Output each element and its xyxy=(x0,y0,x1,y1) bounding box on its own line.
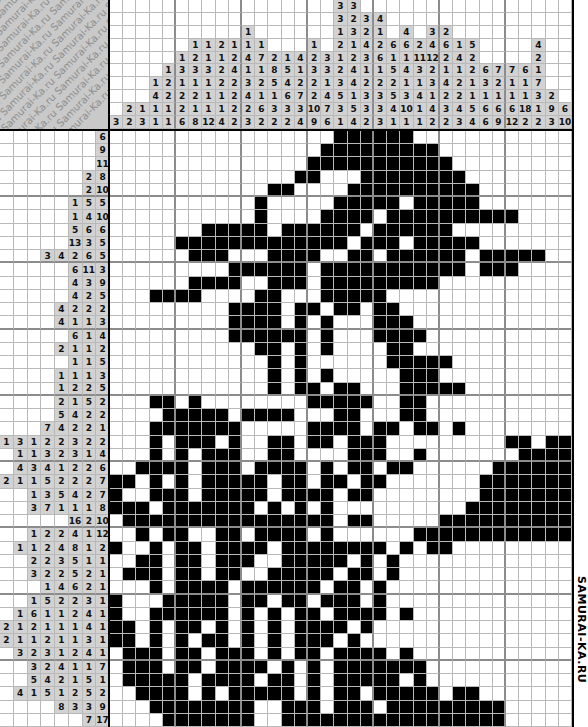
grid-cell-empty[interactable] xyxy=(136,396,149,409)
grid-cell-empty[interactable] xyxy=(202,131,215,144)
grid-cell-empty[interactable] xyxy=(427,303,440,316)
grid-cell-empty[interactable] xyxy=(466,661,479,674)
grid-cell-empty[interactable] xyxy=(136,608,149,621)
grid-cell-empty[interactable] xyxy=(532,316,545,329)
grid-cell-empty[interactable] xyxy=(532,131,545,144)
grid-cell-filled[interactable] xyxy=(136,502,149,515)
grid-cell-filled[interactable] xyxy=(387,687,400,700)
grid-cell-filled[interactable] xyxy=(334,303,347,316)
grid-cell-empty[interactable] xyxy=(374,528,387,541)
grid-cell-filled[interactable] xyxy=(559,475,572,488)
grid-cell-empty[interactable] xyxy=(414,475,427,488)
grid-cell-filled[interactable] xyxy=(400,714,413,727)
grid-cell-empty[interactable] xyxy=(440,449,453,462)
grid-cell-filled[interactable] xyxy=(282,462,295,475)
grid-cell-empty[interactable] xyxy=(110,144,123,157)
grid-cell-empty[interactable] xyxy=(546,210,559,223)
grid-cell-filled[interactable] xyxy=(308,422,321,435)
grid-cell-empty[interactable] xyxy=(268,157,281,170)
grid-cell-filled[interactable] xyxy=(361,661,374,674)
grid-cell-filled[interactable] xyxy=(255,316,268,329)
grid-cell-empty[interactable] xyxy=(400,197,413,210)
grid-cell-filled[interactable] xyxy=(546,436,559,449)
grid-cell-empty[interactable] xyxy=(427,502,440,515)
grid-cell-empty[interactable] xyxy=(110,674,123,687)
grid-cell-filled[interactable] xyxy=(493,462,506,475)
grid-cell-filled[interactable] xyxy=(282,409,295,422)
grid-cell-filled[interactable] xyxy=(295,263,308,276)
puzzle-grid[interactable] xyxy=(110,131,572,727)
grid-cell-empty[interactable] xyxy=(110,250,123,263)
grid-cell-filled[interactable] xyxy=(361,489,374,502)
grid-cell-filled[interactable] xyxy=(414,714,427,727)
grid-cell-empty[interactable] xyxy=(387,581,400,594)
grid-cell-filled[interactable] xyxy=(546,515,559,528)
grid-cell-filled[interactable] xyxy=(361,515,374,528)
grid-cell-empty[interactable] xyxy=(282,144,295,157)
grid-cell-empty[interactable] xyxy=(414,343,427,356)
grid-cell-empty[interactable] xyxy=(202,343,215,356)
grid-cell-filled[interactable] xyxy=(440,224,453,237)
grid-cell-filled[interactable] xyxy=(374,595,387,608)
grid-cell-empty[interactable] xyxy=(453,330,466,343)
grid-cell-filled[interactable] xyxy=(216,502,229,515)
grid-cell-empty[interactable] xyxy=(321,383,334,396)
grid-cell-empty[interactable] xyxy=(163,184,176,197)
grid-cell-empty[interactable] xyxy=(466,369,479,382)
grid-cell-filled[interactable] xyxy=(559,489,572,502)
grid-cell-empty[interactable] xyxy=(110,687,123,700)
grid-cell-empty[interactable] xyxy=(546,542,559,555)
grid-cell-filled[interactable] xyxy=(546,449,559,462)
grid-cell-filled[interactable] xyxy=(308,303,321,316)
grid-cell-empty[interactable] xyxy=(440,436,453,449)
grid-cell-empty[interactable] xyxy=(334,449,347,462)
grid-cell-filled[interactable] xyxy=(229,555,242,568)
grid-cell-empty[interactable] xyxy=(387,515,400,528)
grid-cell-filled[interactable] xyxy=(268,277,281,290)
grid-cell-filled[interactable] xyxy=(242,687,255,700)
grid-cell-empty[interactable] xyxy=(466,581,479,594)
grid-cell-filled[interactable] xyxy=(321,277,334,290)
grid-cell-empty[interactable] xyxy=(532,714,545,727)
grid-cell-empty[interactable] xyxy=(163,157,176,170)
grid-cell-empty[interactable] xyxy=(532,277,545,290)
grid-cell-empty[interactable] xyxy=(176,316,189,329)
grid-cell-filled[interactable] xyxy=(559,436,572,449)
grid-cell-empty[interactable] xyxy=(295,290,308,303)
grid-cell-filled[interactable] xyxy=(163,687,176,700)
grid-cell-empty[interactable] xyxy=(255,396,268,409)
grid-cell-filled[interactable] xyxy=(453,171,466,184)
grid-cell-filled[interactable] xyxy=(334,263,347,276)
grid-cell-filled[interactable] xyxy=(229,489,242,502)
grid-cell-empty[interactable] xyxy=(334,528,347,541)
grid-cell-empty[interactable] xyxy=(176,303,189,316)
grid-cell-filled[interactable] xyxy=(400,144,413,157)
grid-cell-empty[interactable] xyxy=(295,674,308,687)
grid-cell-filled[interactable] xyxy=(268,316,281,329)
grid-cell-filled[interactable] xyxy=(282,568,295,581)
grid-cell-filled[interactable] xyxy=(176,674,189,687)
grid-cell-empty[interactable] xyxy=(466,475,479,488)
grid-cell-empty[interactable] xyxy=(136,224,149,237)
grid-cell-empty[interactable] xyxy=(216,144,229,157)
grid-cell-empty[interactable] xyxy=(123,436,136,449)
grid-cell-empty[interactable] xyxy=(532,634,545,647)
grid-cell-filled[interactable] xyxy=(387,422,400,435)
grid-cell-empty[interactable] xyxy=(414,555,427,568)
grid-cell-empty[interactable] xyxy=(176,157,189,170)
grid-cell-empty[interactable] xyxy=(229,608,242,621)
grid-cell-filled[interactable] xyxy=(321,528,334,541)
grid-cell-empty[interactable] xyxy=(110,131,123,144)
grid-cell-empty[interactable] xyxy=(321,449,334,462)
grid-cell-empty[interactable] xyxy=(216,303,229,316)
grid-cell-filled[interactable] xyxy=(348,303,361,316)
grid-cell-empty[interactable] xyxy=(440,608,453,621)
grid-cell-filled[interactable] xyxy=(387,157,400,170)
grid-cell-filled[interactable] xyxy=(400,131,413,144)
grid-cell-empty[interactable] xyxy=(414,648,427,661)
grid-cell-filled[interactable] xyxy=(123,515,136,528)
grid-cell-empty[interactable] xyxy=(466,595,479,608)
grid-cell-empty[interactable] xyxy=(493,687,506,700)
grid-cell-filled[interactable] xyxy=(176,475,189,488)
grid-cell-empty[interactable] xyxy=(440,131,453,144)
grid-cell-filled[interactable] xyxy=(387,237,400,250)
grid-cell-empty[interactable] xyxy=(361,687,374,700)
grid-cell-empty[interactable] xyxy=(123,528,136,541)
grid-cell-empty[interactable] xyxy=(493,542,506,555)
grid-cell-empty[interactable] xyxy=(559,714,572,727)
grid-cell-filled[interactable] xyxy=(123,674,136,687)
grid-cell-empty[interactable] xyxy=(519,422,532,435)
grid-cell-filled[interactable] xyxy=(374,197,387,210)
grid-cell-filled[interactable] xyxy=(123,568,136,581)
grid-cell-empty[interactable] xyxy=(427,462,440,475)
grid-cell-empty[interactable] xyxy=(321,171,334,184)
grid-cell-empty[interactable] xyxy=(374,462,387,475)
grid-cell-empty[interactable] xyxy=(559,290,572,303)
grid-cell-filled[interactable] xyxy=(255,462,268,475)
grid-cell-filled[interactable] xyxy=(255,237,268,250)
grid-cell-empty[interactable] xyxy=(242,436,255,449)
grid-cell-filled[interactable] xyxy=(427,237,440,250)
grid-cell-filled[interactable] xyxy=(242,489,255,502)
grid-cell-empty[interactable] xyxy=(466,303,479,316)
grid-cell-filled[interactable] xyxy=(532,462,545,475)
grid-cell-empty[interactable] xyxy=(110,171,123,184)
grid-cell-empty[interactable] xyxy=(282,648,295,661)
grid-cell-filled[interactable] xyxy=(255,515,268,528)
grid-cell-empty[interactable] xyxy=(123,237,136,250)
grid-cell-empty[interactable] xyxy=(559,369,572,382)
grid-cell-empty[interactable] xyxy=(546,608,559,621)
grid-cell-empty[interactable] xyxy=(414,608,427,621)
grid-cell-empty[interactable] xyxy=(506,714,519,727)
grid-cell-empty[interactable] xyxy=(136,383,149,396)
grid-cell-empty[interactable] xyxy=(255,131,268,144)
grid-cell-filled[interactable] xyxy=(493,701,506,714)
grid-cell-empty[interactable] xyxy=(559,197,572,210)
grid-cell-filled[interactable] xyxy=(295,608,308,621)
grid-cell-empty[interactable] xyxy=(163,197,176,210)
grid-cell-empty[interactable] xyxy=(559,263,572,276)
grid-cell-filled[interactable] xyxy=(242,502,255,515)
grid-cell-empty[interactable] xyxy=(123,303,136,316)
grid-cell-empty[interactable] xyxy=(255,184,268,197)
grid-cell-filled[interactable] xyxy=(387,343,400,356)
grid-cell-filled[interactable] xyxy=(374,184,387,197)
grid-cell-empty[interactable] xyxy=(334,462,347,475)
grid-cell-filled[interactable] xyxy=(255,343,268,356)
grid-cell-filled[interactable] xyxy=(440,263,453,276)
grid-cell-empty[interactable] xyxy=(136,595,149,608)
grid-cell-empty[interactable] xyxy=(216,396,229,409)
grid-cell-filled[interactable] xyxy=(136,515,149,528)
grid-cell-filled[interactable] xyxy=(387,555,400,568)
grid-cell-filled[interactable] xyxy=(176,661,189,674)
grid-cell-empty[interactable] xyxy=(189,449,202,462)
grid-cell-empty[interactable] xyxy=(216,131,229,144)
grid-cell-empty[interactable] xyxy=(255,356,268,369)
grid-cell-filled[interactable] xyxy=(453,687,466,700)
grid-cell-filled[interactable] xyxy=(295,475,308,488)
grid-cell-empty[interactable] xyxy=(374,634,387,647)
grid-cell-empty[interactable] xyxy=(453,595,466,608)
grid-cell-empty[interactable] xyxy=(493,157,506,170)
grid-cell-empty[interactable] xyxy=(532,210,545,223)
grid-cell-filled[interactable] xyxy=(308,714,321,727)
grid-cell-filled[interactable] xyxy=(308,157,321,170)
grid-cell-empty[interactable] xyxy=(321,581,334,594)
grid-cell-empty[interactable] xyxy=(308,144,321,157)
grid-cell-filled[interactable] xyxy=(453,237,466,250)
grid-cell-empty[interactable] xyxy=(480,595,493,608)
grid-cell-filled[interactable] xyxy=(400,369,413,382)
grid-cell-filled[interactable] xyxy=(427,714,440,727)
grid-cell-empty[interactable] xyxy=(110,383,123,396)
grid-cell-empty[interactable] xyxy=(387,634,400,647)
grid-cell-empty[interactable] xyxy=(506,701,519,714)
grid-cell-empty[interactable] xyxy=(453,290,466,303)
grid-cell-filled[interactable] xyxy=(387,184,400,197)
grid-cell-empty[interactable] xyxy=(532,687,545,700)
grid-cell-empty[interactable] xyxy=(255,171,268,184)
grid-cell-empty[interactable] xyxy=(519,237,532,250)
grid-cell-filled[interactable] xyxy=(163,489,176,502)
grid-cell-empty[interactable] xyxy=(559,250,572,263)
grid-cell-empty[interactable] xyxy=(229,581,242,594)
grid-cell-empty[interactable] xyxy=(163,343,176,356)
grid-cell-empty[interactable] xyxy=(361,330,374,343)
grid-cell-empty[interactable] xyxy=(506,555,519,568)
grid-cell-filled[interactable] xyxy=(268,608,281,621)
grid-cell-empty[interactable] xyxy=(466,542,479,555)
grid-cell-filled[interactable] xyxy=(361,157,374,170)
grid-cell-filled[interactable] xyxy=(229,515,242,528)
grid-cell-filled[interactable] xyxy=(414,396,427,409)
grid-cell-filled[interactable] xyxy=(361,263,374,276)
grid-cell-filled[interactable] xyxy=(506,475,519,488)
grid-cell-empty[interactable] xyxy=(453,502,466,515)
grid-cell-filled[interactable] xyxy=(334,422,347,435)
grid-cell-filled[interactable] xyxy=(150,701,163,714)
grid-cell-empty[interactable] xyxy=(519,674,532,687)
grid-cell-filled[interactable] xyxy=(387,144,400,157)
grid-cell-filled[interactable] xyxy=(295,515,308,528)
grid-cell-filled[interactable] xyxy=(387,330,400,343)
grid-cell-filled[interactable] xyxy=(506,436,519,449)
grid-cell-empty[interactable] xyxy=(480,356,493,369)
grid-cell-filled[interactable] xyxy=(414,330,427,343)
grid-cell-empty[interactable] xyxy=(506,131,519,144)
grid-cell-filled[interactable] xyxy=(453,714,466,727)
grid-cell-empty[interactable] xyxy=(189,144,202,157)
grid-cell-empty[interactable] xyxy=(440,396,453,409)
grid-cell-empty[interactable] xyxy=(361,581,374,594)
grid-cell-empty[interactable] xyxy=(374,409,387,422)
grid-cell-empty[interactable] xyxy=(519,648,532,661)
grid-cell-filled[interactable] xyxy=(202,674,215,687)
grid-cell-empty[interactable] xyxy=(374,343,387,356)
grid-cell-filled[interactable] xyxy=(414,369,427,382)
grid-cell-empty[interactable] xyxy=(546,343,559,356)
grid-cell-empty[interactable] xyxy=(176,383,189,396)
grid-cell-empty[interactable] xyxy=(493,343,506,356)
grid-cell-filled[interactable] xyxy=(453,197,466,210)
grid-cell-empty[interactable] xyxy=(110,555,123,568)
grid-cell-filled[interactable] xyxy=(453,263,466,276)
grid-cell-empty[interactable] xyxy=(532,422,545,435)
grid-cell-filled[interactable] xyxy=(466,714,479,727)
grid-cell-filled[interactable] xyxy=(387,316,400,329)
grid-cell-filled[interactable] xyxy=(150,436,163,449)
grid-cell-empty[interactable] xyxy=(202,330,215,343)
grid-cell-empty[interactable] xyxy=(163,131,176,144)
grid-cell-empty[interactable] xyxy=(546,237,559,250)
grid-cell-filled[interactable] xyxy=(295,542,308,555)
grid-cell-filled[interactable] xyxy=(493,210,506,223)
grid-cell-empty[interactable] xyxy=(532,661,545,674)
grid-cell-empty[interactable] xyxy=(559,542,572,555)
grid-cell-empty[interactable] xyxy=(361,356,374,369)
grid-cell-empty[interactable] xyxy=(282,197,295,210)
grid-cell-empty[interactable] xyxy=(532,157,545,170)
grid-cell-empty[interactable] xyxy=(506,330,519,343)
grid-cell-filled[interactable] xyxy=(123,621,136,634)
grid-cell-filled[interactable] xyxy=(150,648,163,661)
grid-cell-filled[interactable] xyxy=(150,661,163,674)
grid-cell-filled[interactable] xyxy=(321,290,334,303)
grid-cell-empty[interactable] xyxy=(559,157,572,170)
grid-cell-empty[interactable] xyxy=(387,396,400,409)
grid-cell-empty[interactable] xyxy=(440,648,453,661)
grid-cell-empty[interactable] xyxy=(532,290,545,303)
grid-cell-filled[interactable] xyxy=(295,356,308,369)
grid-cell-empty[interactable] xyxy=(202,184,215,197)
grid-cell-empty[interactable] xyxy=(242,144,255,157)
grid-cell-empty[interactable] xyxy=(242,290,255,303)
grid-cell-empty[interactable] xyxy=(506,674,519,687)
grid-cell-filled[interactable] xyxy=(321,316,334,329)
grid-cell-filled[interactable] xyxy=(282,581,295,594)
grid-cell-empty[interactable] xyxy=(110,661,123,674)
grid-cell-empty[interactable] xyxy=(110,462,123,475)
grid-cell-empty[interactable] xyxy=(546,701,559,714)
grid-cell-empty[interactable] xyxy=(480,144,493,157)
grid-cell-empty[interactable] xyxy=(532,383,545,396)
grid-cell-filled[interactable] xyxy=(321,157,334,170)
grid-cell-filled[interactable] xyxy=(559,515,572,528)
grid-cell-empty[interactable] xyxy=(361,528,374,541)
grid-cell-empty[interactable] xyxy=(374,250,387,263)
grid-cell-filled[interactable] xyxy=(229,542,242,555)
grid-cell-empty[interactable] xyxy=(519,184,532,197)
grid-cell-filled[interactable] xyxy=(308,555,321,568)
grid-cell-filled[interactable] xyxy=(295,343,308,356)
grid-cell-filled[interactable] xyxy=(282,714,295,727)
grid-cell-empty[interactable] xyxy=(480,316,493,329)
grid-cell-empty[interactable] xyxy=(202,157,215,170)
grid-cell-filled[interactable] xyxy=(348,648,361,661)
grid-cell-empty[interactable] xyxy=(532,356,545,369)
grid-cell-filled[interactable] xyxy=(321,502,334,515)
grid-cell-empty[interactable] xyxy=(361,224,374,237)
grid-cell-filled[interactable] xyxy=(400,343,413,356)
grid-cell-filled[interactable] xyxy=(361,568,374,581)
grid-cell-filled[interactable] xyxy=(282,701,295,714)
grid-cell-empty[interactable] xyxy=(176,343,189,356)
grid-cell-empty[interactable] xyxy=(268,714,281,727)
grid-cell-empty[interactable] xyxy=(506,237,519,250)
grid-cell-filled[interactable] xyxy=(242,714,255,727)
grid-cell-filled[interactable] xyxy=(308,608,321,621)
grid-cell-empty[interactable] xyxy=(400,422,413,435)
grid-cell-empty[interactable] xyxy=(123,489,136,502)
grid-cell-empty[interactable] xyxy=(334,502,347,515)
grid-cell-filled[interactable] xyxy=(216,409,229,422)
grid-cell-filled[interactable] xyxy=(308,648,321,661)
grid-cell-filled[interactable] xyxy=(229,502,242,515)
grid-cell-filled[interactable] xyxy=(110,595,123,608)
grid-cell-filled[interactable] xyxy=(136,674,149,687)
grid-cell-filled[interactable] xyxy=(334,555,347,568)
grid-cell-empty[interactable] xyxy=(427,595,440,608)
grid-cell-filled[interactable] xyxy=(282,555,295,568)
grid-cell-filled[interactable] xyxy=(150,687,163,700)
grid-cell-empty[interactable] xyxy=(136,263,149,276)
grid-cell-empty[interactable] xyxy=(480,555,493,568)
grid-cell-filled[interactable] xyxy=(150,608,163,621)
grid-cell-empty[interactable] xyxy=(559,330,572,343)
grid-cell-filled[interactable] xyxy=(308,687,321,700)
grid-cell-empty[interactable] xyxy=(453,277,466,290)
grid-cell-empty[interactable] xyxy=(559,396,572,409)
grid-cell-empty[interactable] xyxy=(282,369,295,382)
grid-cell-empty[interactable] xyxy=(466,383,479,396)
grid-cell-filled[interactable] xyxy=(282,687,295,700)
grid-cell-empty[interactable] xyxy=(136,422,149,435)
grid-cell-filled[interactable] xyxy=(414,528,427,541)
grid-cell-empty[interactable] xyxy=(136,171,149,184)
grid-cell-empty[interactable] xyxy=(519,290,532,303)
grid-cell-empty[interactable] xyxy=(466,157,479,170)
grid-cell-filled[interactable] xyxy=(400,608,413,621)
grid-cell-filled[interactable] xyxy=(308,489,321,502)
grid-cell-filled[interactable] xyxy=(519,250,532,263)
